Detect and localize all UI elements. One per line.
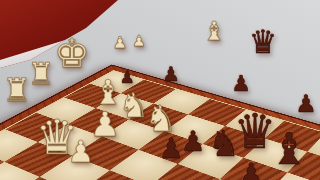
red-queen-offboard[interactable]: ♛ — [249, 29, 278, 56]
white-pawn-h3[interactable]: ♟ — [132, 35, 145, 48]
white-pawn-b3[interactable]: ♟ — [68, 139, 95, 165]
white-king-g1[interactable]: ♚ — [54, 36, 90, 70]
white-pawn-g2[interactable]: ♟ — [113, 36, 127, 50]
white-bishop-offboard[interactable]: ♝ — [202, 20, 225, 42]
red-bishop-d7[interactable]: ♝ — [269, 130, 308, 167]
red-pawn-f7[interactable]: ♟ — [295, 94, 317, 114]
red-knight-c6[interactable]: ♞ — [208, 129, 240, 160]
red-pawn-h5[interactable]: ♟ — [162, 66, 180, 83]
white-knight-d5[interactable]: ♞ — [145, 104, 177, 135]
red-pawn-g4[interactable]: ♟ — [119, 70, 134, 84]
white-rook-e1[interactable]: ♜ — [3, 77, 32, 104]
red-pawn-b7[interactable]: ♟ — [238, 162, 263, 180]
red-pawn-g6[interactable]: ♟ — [231, 75, 251, 94]
red-pawn-b6[interactable]: ♟ — [180, 130, 205, 154]
photo-scene: ♝♛ ♚♜♜♛♝♞♞♟♟♟♟♛♝♞♟♟♟♟♟♟♟ — [0, 0, 320, 180]
white-rook-f1[interactable]: ♜ — [28, 61, 55, 87]
